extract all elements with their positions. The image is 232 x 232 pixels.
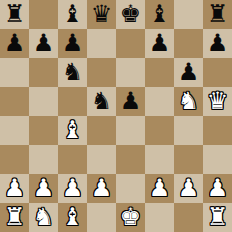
square-h4[interactable] — [203, 116, 232, 145]
square-c5[interactable] — [58, 87, 87, 116]
black-pawn-piece[interactable]: ♟ — [33, 29, 55, 58]
square-g4[interactable] — [174, 116, 203, 145]
square-f2[interactable]: ♟ — [145, 174, 174, 203]
square-c1[interactable]: ♝ — [58, 203, 87, 232]
square-g2[interactable]: ♟ — [174, 174, 203, 203]
white-pawn-piece[interactable]: ♟ — [207, 174, 229, 203]
square-e3[interactable] — [116, 145, 145, 174]
white-knight-piece[interactable]: ♞ — [33, 203, 55, 232]
square-b3[interactable] — [29, 145, 58, 174]
square-g7[interactable] — [174, 29, 203, 58]
square-b4[interactable] — [29, 116, 58, 145]
black-pawn-piece[interactable]: ♟ — [207, 29, 229, 58]
square-a3[interactable] — [0, 145, 29, 174]
white-pawn-piece[interactable]: ♟ — [4, 174, 26, 203]
square-d2[interactable]: ♟ — [87, 174, 116, 203]
black-pawn-piece[interactable]: ♟ — [178, 58, 200, 87]
square-f7[interactable]: ♟ — [145, 29, 174, 58]
white-queen-piece[interactable]: ♛ — [207, 87, 229, 116]
square-d6[interactable] — [87, 58, 116, 87]
white-pawn-piece[interactable]: ♟ — [178, 174, 200, 203]
square-g6[interactable]: ♟ — [174, 58, 203, 87]
white-rook-piece[interactable]: ♜ — [207, 203, 229, 232]
square-c3[interactable] — [58, 145, 87, 174]
white-bishop-piece[interactable]: ♝ — [62, 203, 84, 232]
white-king-piece[interactable]: ♚ — [120, 203, 142, 232]
black-pawn-piece[interactable]: ♟ — [4, 29, 26, 58]
square-f4[interactable] — [145, 116, 174, 145]
chess-board: ♜♝♛♚♝♜♟♟♟♟♟♞♟♞♟♞♛♝♟♟♟♟♟♟♟♜♞♝♚♜ — [0, 0, 232, 232]
square-e6[interactable] — [116, 58, 145, 87]
square-b7[interactable]: ♟ — [29, 29, 58, 58]
black-queen-piece[interactable]: ♛ — [91, 0, 113, 29]
white-rook-piece[interactable]: ♜ — [4, 203, 26, 232]
black-pawn-piece[interactable]: ♟ — [62, 29, 84, 58]
square-a7[interactable]: ♟ — [0, 29, 29, 58]
square-a5[interactable] — [0, 87, 29, 116]
square-d5[interactable]: ♞ — [87, 87, 116, 116]
square-h2[interactable]: ♟ — [203, 174, 232, 203]
square-b5[interactable] — [29, 87, 58, 116]
square-b1[interactable]: ♞ — [29, 203, 58, 232]
white-pawn-piece[interactable]: ♟ — [33, 174, 55, 203]
square-e4[interactable] — [116, 116, 145, 145]
square-e8[interactable]: ♚ — [116, 0, 145, 29]
square-f8[interactable]: ♝ — [145, 0, 174, 29]
white-pawn-piece[interactable]: ♟ — [149, 174, 171, 203]
square-d1[interactable] — [87, 203, 116, 232]
square-h1[interactable]: ♜ — [203, 203, 232, 232]
square-c2[interactable]: ♟ — [58, 174, 87, 203]
square-g3[interactable] — [174, 145, 203, 174]
square-c7[interactable]: ♟ — [58, 29, 87, 58]
black-bishop-piece[interactable]: ♝ — [149, 0, 171, 29]
white-knight-piece[interactable]: ♞ — [178, 87, 200, 116]
square-d4[interactable] — [87, 116, 116, 145]
square-a8[interactable]: ♜ — [0, 0, 29, 29]
square-f6[interactable] — [145, 58, 174, 87]
black-king-piece[interactable]: ♚ — [120, 0, 142, 29]
black-pawn-piece[interactable]: ♟ — [149, 29, 171, 58]
black-knight-piece[interactable]: ♞ — [62, 58, 84, 87]
square-d8[interactable]: ♛ — [87, 0, 116, 29]
square-h5[interactable]: ♛ — [203, 87, 232, 116]
square-g8[interactable] — [174, 0, 203, 29]
square-h8[interactable]: ♜ — [203, 0, 232, 29]
square-e2[interactable] — [116, 174, 145, 203]
square-h6[interactable] — [203, 58, 232, 87]
square-h7[interactable]: ♟ — [203, 29, 232, 58]
square-c6[interactable]: ♞ — [58, 58, 87, 87]
black-bishop-piece[interactable]: ♝ — [62, 0, 84, 29]
square-e7[interactable] — [116, 29, 145, 58]
square-e5[interactable]: ♟ — [116, 87, 145, 116]
square-e1[interactable]: ♚ — [116, 203, 145, 232]
black-knight-piece[interactable]: ♞ — [91, 87, 113, 116]
black-pawn-piece[interactable]: ♟ — [120, 87, 142, 116]
square-g1[interactable] — [174, 203, 203, 232]
square-a6[interactable] — [0, 58, 29, 87]
black-rook-piece[interactable]: ♜ — [4, 0, 26, 29]
square-f1[interactable] — [145, 203, 174, 232]
square-g5[interactable]: ♞ — [174, 87, 203, 116]
square-a1[interactable]: ♜ — [0, 203, 29, 232]
square-b6[interactable] — [29, 58, 58, 87]
white-bishop-piece[interactable]: ♝ — [62, 116, 84, 145]
square-c4[interactable]: ♝ — [58, 116, 87, 145]
square-d3[interactable] — [87, 145, 116, 174]
square-h3[interactable] — [203, 145, 232, 174]
square-b8[interactable] — [29, 0, 58, 29]
square-a4[interactable] — [0, 116, 29, 145]
square-a2[interactable]: ♟ — [0, 174, 29, 203]
square-f3[interactable] — [145, 145, 174, 174]
black-rook-piece[interactable]: ♜ — [207, 0, 229, 29]
square-d7[interactable] — [87, 29, 116, 58]
white-pawn-piece[interactable]: ♟ — [62, 174, 84, 203]
square-c8[interactable]: ♝ — [58, 0, 87, 29]
square-f5[interactable] — [145, 87, 174, 116]
white-pawn-piece[interactable]: ♟ — [91, 174, 113, 203]
square-b2[interactable]: ♟ — [29, 174, 58, 203]
